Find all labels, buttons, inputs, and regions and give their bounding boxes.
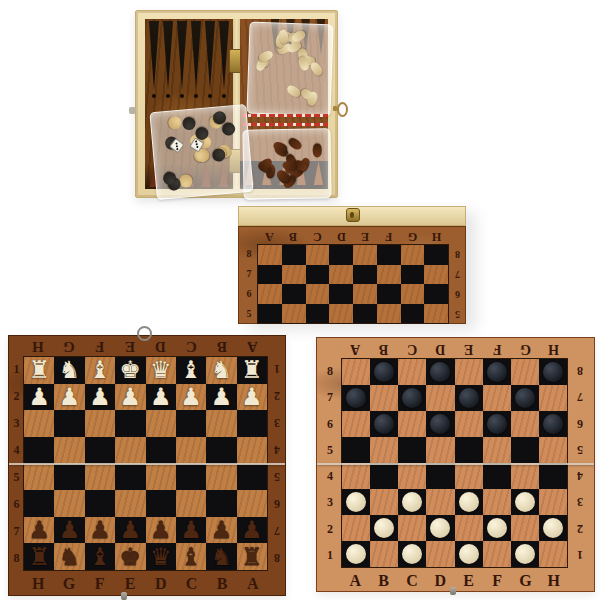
square (342, 489, 370, 515)
square (426, 515, 454, 541)
square (24, 437, 54, 464)
square (342, 463, 370, 489)
square (424, 245, 448, 265)
square (146, 410, 176, 437)
brown-bishop-piece: ♝ (89, 545, 111, 569)
square (237, 437, 267, 464)
open-game-box (135, 10, 338, 198)
rank-label: 8 (247, 249, 252, 259)
file-label: C (406, 573, 418, 589)
square: ♛ (146, 543, 176, 570)
square (85, 490, 115, 517)
square (511, 411, 539, 437)
tan-checker-disc (168, 116, 181, 129)
white-pawn-piece: ♟ (89, 385, 111, 409)
product-photo-3in1-game-set: ABCDEFGH 8765 8765 HGFEDCBA 12345678 ♜♞♝… (0, 0, 600, 600)
rank-label: 5 (274, 471, 280, 483)
square (483, 541, 511, 567)
square (329, 245, 353, 265)
file-label: D (435, 342, 445, 356)
square (539, 541, 567, 567)
square (54, 437, 84, 464)
square (353, 245, 377, 265)
square (455, 489, 483, 515)
square (483, 489, 511, 515)
square (115, 490, 145, 517)
white-checker-piece (402, 492, 422, 512)
rank-label: 4 (274, 444, 280, 456)
dark-chess-pieces-bag (242, 128, 331, 200)
clasp-pin-icon (121, 592, 127, 600)
rank-label: 8 (455, 249, 460, 259)
square (426, 489, 454, 515)
square (282, 245, 306, 265)
square (398, 437, 426, 463)
bag-zip-seal (242, 114, 328, 117)
square (329, 304, 353, 324)
black-checker-piece (402, 388, 422, 408)
square (377, 304, 401, 324)
square (54, 464, 84, 491)
file-label: H (32, 576, 44, 592)
square (329, 265, 353, 285)
black-checker-piece (374, 362, 394, 382)
latch-icon (129, 107, 136, 114)
rank-label: 6 (455, 289, 460, 299)
file-label: E (125, 576, 136, 592)
file-labels-top: ABCDEFGH (341, 339, 568, 358)
brown-pawn-piece: ♟ (120, 518, 142, 542)
square (483, 359, 511, 385)
square (342, 437, 370, 463)
square (455, 463, 483, 489)
backgammon-point (162, 21, 174, 99)
square (306, 284, 330, 304)
rank-label: 7 (247, 269, 252, 279)
rank-label: 3 (274, 417, 280, 429)
white-pawn-piece: ♟ (150, 385, 172, 409)
square (455, 541, 483, 567)
brown-knight-piece: ♞ (59, 545, 81, 569)
black-checker-piece (487, 414, 507, 434)
file-label: F (385, 231, 392, 243)
square (258, 304, 282, 324)
file-label: G (408, 231, 417, 243)
square (398, 541, 426, 567)
square (483, 385, 511, 411)
brown-pawn-piece: ♟ (59, 518, 81, 542)
square (258, 284, 282, 304)
square (237, 410, 267, 437)
square (24, 490, 54, 517)
square: ♝ (85, 357, 115, 384)
rank-label: 7 (577, 391, 583, 403)
square (539, 411, 567, 437)
brown-king-piece: ♚ (120, 545, 142, 569)
square (370, 411, 398, 437)
rank-label: 3 (577, 496, 583, 508)
rank-label: 5 (14, 471, 20, 483)
square (377, 265, 401, 285)
square: ♟ (206, 384, 236, 411)
square: ♞ (206, 543, 236, 570)
square: ♞ (54, 543, 84, 570)
rank-label: 4 (14, 444, 20, 456)
square (306, 304, 330, 324)
white-pawn-piece: ♟ (28, 385, 50, 409)
square (426, 385, 454, 411)
square (370, 515, 398, 541)
square (455, 515, 483, 541)
square (353, 284, 377, 304)
square (398, 463, 426, 489)
rank-label: 7 (274, 525, 280, 537)
brown-rook-piece: ♜ (28, 545, 50, 569)
square (398, 385, 426, 411)
square (511, 541, 539, 567)
square: ♟ (24, 517, 54, 544)
closed-game-box: ABCDEFGH 8765 8765 (238, 206, 466, 324)
file-label: A (349, 573, 361, 589)
white-king-piece: ♚ (120, 358, 142, 382)
rank-label: 1 (14, 363, 20, 375)
white-knight-piece: ♞ (59, 358, 81, 382)
file-labels-top: HGFEDCBA (23, 337, 268, 356)
square (370, 437, 398, 463)
square (370, 541, 398, 567)
rank-label: 2 (577, 523, 583, 535)
square (146, 464, 176, 491)
square (426, 437, 454, 463)
file-label: H (32, 339, 44, 354)
brown-pawn-piece: ♟ (211, 518, 233, 542)
square (539, 515, 567, 541)
square (176, 410, 206, 437)
square: ♟ (146, 517, 176, 544)
square (342, 385, 370, 411)
square: ♝ (85, 543, 115, 570)
square (424, 304, 448, 324)
brown-queen-piece: ♛ (150, 545, 172, 569)
square (455, 437, 483, 463)
square (146, 437, 176, 464)
chess-board-with-pieces: HGFEDCBA 12345678 ♜♞♝♚♛♝♞♜♟♟♟♟♟♟♟♟♟♟♟♟♟♟… (8, 335, 286, 596)
black-checker-piece (487, 362, 507, 382)
square (511, 489, 539, 515)
square (398, 359, 426, 385)
square (511, 463, 539, 489)
square: ♚ (115, 543, 145, 570)
file-label: D (155, 576, 167, 592)
square (511, 385, 539, 411)
light-chess-piece (308, 61, 324, 78)
black-checker-piece (430, 414, 450, 434)
backgammon-point (204, 21, 216, 99)
square (539, 385, 567, 411)
rank-label: 6 (327, 418, 333, 430)
square: ♜ (237, 357, 267, 384)
white-checker-piece (430, 518, 450, 538)
file-label: G (63, 339, 75, 354)
square (282, 304, 306, 324)
white-pawn-piece: ♟ (120, 385, 142, 409)
box-lid-edge (238, 206, 466, 226)
square (511, 359, 539, 385)
file-label: C (186, 339, 197, 354)
square (483, 437, 511, 463)
black-checker-piece (430, 362, 450, 382)
file-labels-top: ABCDEFGH (257, 229, 449, 244)
square (370, 359, 398, 385)
square (370, 489, 398, 515)
square: ♟ (206, 517, 236, 544)
square (424, 284, 448, 304)
black-checker-piece (515, 388, 535, 408)
file-label: D (435, 573, 447, 589)
square (483, 411, 511, 437)
square (424, 265, 448, 285)
white-queen-piece: ♛ (150, 358, 172, 382)
file-label: E (361, 231, 369, 243)
backgammon-point (176, 21, 188, 99)
black-checker-piece (543, 362, 563, 382)
backgammon-point (148, 21, 160, 99)
brown-pawn-piece: ♟ (89, 518, 111, 542)
file-label: F (492, 573, 502, 589)
rank-label: 8 (577, 365, 583, 377)
square (401, 304, 425, 324)
file-label: C (186, 576, 198, 592)
bag-zip-seal (242, 123, 328, 126)
square (377, 284, 401, 304)
square (237, 490, 267, 517)
white-checker-piece (459, 492, 479, 512)
square (483, 515, 511, 541)
clasp-hook-icon (335, 101, 347, 117)
square: ♜ (24, 543, 54, 570)
square (206, 410, 236, 437)
square (398, 411, 426, 437)
rank-labels-left: 8765 (242, 244, 256, 324)
square (398, 515, 426, 541)
square (377, 245, 401, 265)
rank-label: 5 (455, 309, 460, 319)
square (258, 245, 282, 265)
white-pawn-piece: ♟ (241, 385, 263, 409)
backgammon-points-row (145, 21, 233, 101)
white-checker-piece (515, 544, 535, 564)
rank-label: 2 (274, 390, 280, 402)
square: ♟ (85, 517, 115, 544)
rank-label: 2 (14, 390, 20, 402)
brown-bishop-piece: ♝ (180, 545, 202, 569)
file-label: F (95, 576, 105, 592)
square (237, 464, 267, 491)
closed-box-grid (257, 244, 449, 324)
square: ♝ (176, 543, 206, 570)
square (54, 490, 84, 517)
square (329, 284, 353, 304)
square: ♟ (54, 517, 84, 544)
square (115, 437, 145, 464)
rank-label: 1 (274, 363, 280, 375)
square (176, 464, 206, 491)
square (370, 385, 398, 411)
rank-label: 8 (274, 552, 280, 564)
square (24, 464, 54, 491)
square (206, 490, 236, 517)
file-label: G (519, 573, 531, 589)
file-label: F (493, 342, 502, 356)
square (511, 515, 539, 541)
square (342, 359, 370, 385)
square (342, 515, 370, 541)
square (54, 410, 84, 437)
file-label: A (265, 231, 274, 243)
square (539, 463, 567, 489)
square (353, 265, 377, 285)
file-label: E (463, 573, 474, 589)
black-checker-piece (346, 388, 366, 408)
square (342, 411, 370, 437)
square (206, 464, 236, 491)
square: ♝ (176, 357, 206, 384)
checkers-and-dice-bag (149, 104, 253, 200)
clasp-pin-icon (450, 587, 456, 595)
square (401, 245, 425, 265)
square (282, 284, 306, 304)
white-checker-piece (487, 518, 507, 538)
square: ♞ (206, 357, 236, 384)
square (401, 265, 425, 285)
square: ♟ (85, 384, 115, 411)
white-pawn-piece: ♟ (180, 385, 202, 409)
square (539, 489, 567, 515)
square (539, 437, 567, 463)
square (24, 410, 54, 437)
square (342, 541, 370, 567)
white-checker-piece (543, 518, 563, 538)
square (398, 489, 426, 515)
brown-pawn-piece: ♟ (180, 518, 202, 542)
white-pawn-piece: ♟ (211, 385, 233, 409)
rank-label: 3 (327, 496, 333, 508)
rank-label: 6 (274, 498, 280, 510)
square: ♟ (24, 384, 54, 411)
white-knight-piece: ♞ (211, 358, 233, 382)
square: ♟ (176, 384, 206, 411)
square (455, 359, 483, 385)
closed-box-chessboard-face: ABCDEFGH 8765 8765 (238, 226, 466, 324)
fold-seam (9, 463, 285, 465)
file-label: H (548, 342, 559, 356)
rank-label: 7 (455, 269, 460, 279)
file-label: E (464, 342, 473, 356)
square: ♟ (176, 517, 206, 544)
white-rook-piece: ♜ (28, 358, 50, 382)
file-label: G (63, 576, 75, 592)
square: ♜ (237, 543, 267, 570)
rank-label: 5 (327, 444, 333, 456)
square (426, 411, 454, 437)
brown-pawn-piece: ♟ (28, 518, 50, 542)
square (282, 265, 306, 285)
file-label: D (155, 339, 166, 354)
square (85, 410, 115, 437)
white-checker-piece (346, 544, 366, 564)
rank-label: 1 (327, 549, 333, 561)
file-label: H (432, 231, 441, 243)
square (85, 437, 115, 464)
white-checker-piece (515, 492, 535, 512)
file-label: E (125, 339, 135, 354)
rank-label: 3 (14, 417, 20, 429)
brown-rook-piece: ♜ (241, 545, 263, 569)
white-checker-piece (402, 544, 422, 564)
dark-chess-piece (287, 136, 304, 151)
white-bishop-piece: ♝ (89, 358, 111, 382)
square: ♚ (115, 357, 145, 384)
brown-knight-piece: ♞ (211, 545, 233, 569)
square (353, 304, 377, 324)
square: ♟ (115, 384, 145, 411)
file-label: C (407, 342, 417, 356)
brown-pawn-piece: ♟ (241, 518, 263, 542)
rank-label: 4 (327, 470, 333, 482)
white-pawn-piece: ♟ (59, 385, 81, 409)
square: ♜ (24, 357, 54, 384)
rank-labels-right: 8765 (450, 244, 464, 324)
file-label: F (95, 339, 104, 354)
square (401, 284, 425, 304)
square (426, 359, 454, 385)
square (426, 541, 454, 567)
square (146, 490, 176, 517)
square (483, 463, 511, 489)
file-label: A (247, 339, 258, 354)
white-checker-piece (374, 518, 394, 538)
square (511, 437, 539, 463)
file-label: B (379, 342, 388, 356)
square (206, 437, 236, 464)
file-label: B (289, 231, 297, 243)
square (455, 411, 483, 437)
light-chess-piece (285, 84, 302, 99)
brown-pawn-piece: ♟ (150, 518, 172, 542)
rank-label: 8 (14, 552, 20, 564)
rank-label: 7 (327, 391, 333, 403)
square: ♟ (237, 384, 267, 411)
square: ♛ (146, 357, 176, 384)
backgammon-point (190, 21, 202, 99)
white-checker-piece (459, 544, 479, 564)
rank-label: 5 (577, 444, 583, 456)
square: ♟ (146, 384, 176, 411)
file-label: B (217, 339, 227, 354)
square (85, 464, 115, 491)
file-label: G (520, 342, 531, 356)
square (176, 490, 206, 517)
black-checker-piece (543, 414, 563, 434)
file-label: A (247, 576, 259, 592)
square (455, 385, 483, 411)
rank-label: 2 (327, 523, 333, 535)
file-label: H (548, 573, 560, 589)
black-checker-piece (459, 388, 479, 408)
rank-label: 4 (577, 470, 583, 482)
square (258, 265, 282, 285)
square (370, 463, 398, 489)
